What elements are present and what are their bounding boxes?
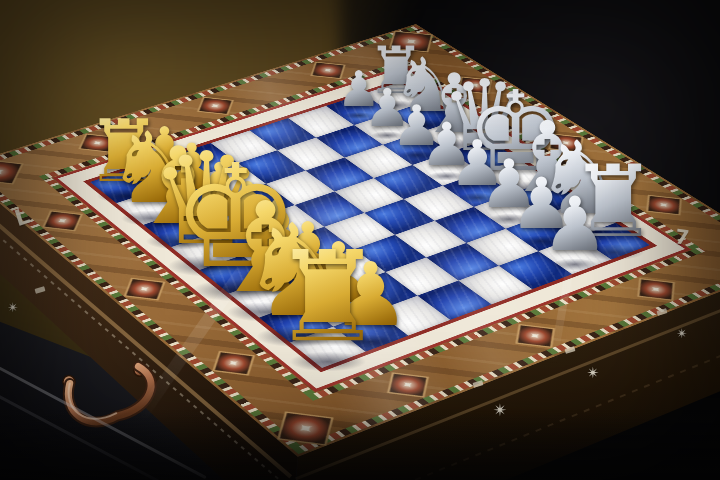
side-star-inlay-icon: ✴ [587, 364, 600, 382]
medallion-star-icon: ✦ [646, 284, 667, 295]
medallion-star-icon: ✦ [207, 101, 225, 110]
mosaic-medallion: ✦ [387, 372, 429, 397]
rook-glyph: ♜ [272, 235, 384, 360]
mosaic-medallion: ✦ [637, 278, 675, 301]
medallion-star-icon: ✦ [398, 379, 419, 391]
medallion-star-icon: ✦ [0, 165, 10, 178]
piece-gold-rook[interactable]: ♜ [272, 235, 384, 360]
side-star-inlay-icon: ✴ [493, 400, 507, 420]
mosaic-medallion: ✦ [124, 278, 166, 301]
medallion-star-icon: ✦ [319, 66, 336, 74]
mosaic-medallion: ✦ [197, 97, 234, 115]
photo-of-chess-set: ✦✦✦✦✦✦✦✦✦✦✦✦✦✦✦✦ Handcrafted Damascus mo… [0, 0, 720, 480]
side-star-inlay-icon: ✴ [8, 300, 19, 315]
mosaic-medallion: ✦ [277, 411, 334, 445]
side-star-inlay-icon: ✴ [677, 326, 688, 341]
medallion-star-icon: ✦ [525, 330, 546, 342]
mosaic-medallion: ✦ [515, 324, 555, 348]
medallion-star-icon: ✦ [53, 216, 72, 226]
medallion-star-icon: ✦ [224, 357, 244, 369]
piece-silver-pawn[interactable]: ♟ [541, 188, 608, 263]
side-dash-inlay [472, 380, 483, 388]
medallion-star-icon: ✦ [135, 284, 154, 295]
mosaic-medallion: ✦ [212, 351, 255, 376]
medallion-star-icon: ✦ [291, 420, 320, 437]
pawn-glyph: ♟ [541, 188, 608, 263]
